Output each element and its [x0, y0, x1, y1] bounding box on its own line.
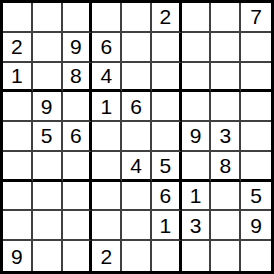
- cell-r3c9[interactable]: [241, 63, 271, 93]
- cell-r8c6: 1: [152, 211, 182, 241]
- cell-r1c6: 2: [152, 3, 182, 33]
- cell-r3c6[interactable]: [152, 63, 182, 93]
- cell-r4c9[interactable]: [241, 92, 271, 122]
- cell-r4c2: 9: [33, 92, 63, 122]
- cell-r7c6: 6: [152, 182, 182, 212]
- cell-r9c4: 2: [92, 241, 122, 271]
- cell-r7c2[interactable]: [33, 182, 63, 212]
- cell-r1c9: 7: [241, 3, 271, 33]
- cell-r9c7[interactable]: [182, 241, 212, 271]
- cell-r4c8[interactable]: [211, 92, 241, 122]
- cell-r5c3: 6: [63, 122, 93, 152]
- cell-r2c9[interactable]: [241, 33, 271, 63]
- cell-r6c1[interactable]: [3, 152, 33, 182]
- cell-r7c7: 1: [182, 182, 212, 212]
- cell-r6c6: 5: [152, 152, 182, 182]
- cell-r9c1: 9: [3, 241, 33, 271]
- cell-r9c5[interactable]: [122, 241, 152, 271]
- cell-r4c7[interactable]: [182, 92, 212, 122]
- cell-r8c8[interactable]: [211, 211, 241, 241]
- cell-r9c2[interactable]: [33, 241, 63, 271]
- cell-r5c7: 9: [182, 122, 212, 152]
- cell-r6c2[interactable]: [33, 152, 63, 182]
- cell-r9c6[interactable]: [152, 241, 182, 271]
- cell-r3c1: 1: [3, 63, 33, 93]
- cell-r4c5: 6: [122, 92, 152, 122]
- cell-r1c8[interactable]: [211, 3, 241, 33]
- cell-r8c1[interactable]: [3, 211, 33, 241]
- cell-r5c1[interactable]: [3, 122, 33, 152]
- cell-r1c7[interactable]: [182, 3, 212, 33]
- cell-r9c8[interactable]: [211, 241, 241, 271]
- cell-r8c5[interactable]: [122, 211, 152, 241]
- cell-r8c9: 9: [241, 211, 271, 241]
- cell-r5c6[interactable]: [152, 122, 182, 152]
- cell-r6c8: 8: [211, 152, 241, 182]
- cell-r5c8: 3: [211, 122, 241, 152]
- cell-r3c5[interactable]: [122, 63, 152, 93]
- cell-r7c5[interactable]: [122, 182, 152, 212]
- cell-r1c3[interactable]: [63, 3, 93, 33]
- cell-r6c7[interactable]: [182, 152, 212, 182]
- cell-r5c5[interactable]: [122, 122, 152, 152]
- cell-r2c7[interactable]: [182, 33, 212, 63]
- cell-r1c5[interactable]: [122, 3, 152, 33]
- cell-r8c3[interactable]: [63, 211, 93, 241]
- cell-r2c8[interactable]: [211, 33, 241, 63]
- cell-r2c5[interactable]: [122, 33, 152, 63]
- cell-r2c4: 6: [92, 33, 122, 63]
- cell-r3c4: 4: [92, 63, 122, 93]
- cell-r2c3: 9: [63, 33, 93, 63]
- cell-r4c3[interactable]: [63, 92, 93, 122]
- cell-r2c2[interactable]: [33, 33, 63, 63]
- cell-r6c9[interactable]: [241, 152, 271, 182]
- cell-r8c2[interactable]: [33, 211, 63, 241]
- cell-r2c1: 2: [3, 33, 33, 63]
- cell-r7c4[interactable]: [92, 182, 122, 212]
- cell-r1c4[interactable]: [92, 3, 122, 33]
- cell-r6c4[interactable]: [92, 152, 122, 182]
- cell-r8c7: 3: [182, 211, 212, 241]
- cell-r4c6[interactable]: [152, 92, 182, 122]
- cell-r1c1[interactable]: [3, 3, 33, 33]
- cell-r5c2: 5: [33, 122, 63, 152]
- cell-r4c4: 1: [92, 92, 122, 122]
- cell-r3c3: 8: [63, 63, 93, 93]
- cell-r5c4[interactable]: [92, 122, 122, 152]
- cell-r3c7[interactable]: [182, 63, 212, 93]
- cell-r1c2[interactable]: [33, 3, 63, 33]
- cell-r9c3[interactable]: [63, 241, 93, 271]
- cell-r7c3[interactable]: [63, 182, 93, 212]
- cell-r6c3[interactable]: [63, 152, 93, 182]
- cell-r7c1[interactable]: [3, 182, 33, 212]
- cell-r6c5: 4: [122, 152, 152, 182]
- cell-r2c6[interactable]: [152, 33, 182, 63]
- cell-r7c9: 5: [241, 182, 271, 212]
- cell-r3c2[interactable]: [33, 63, 63, 93]
- sudoku-board: 27296184916569345861513992: [0, 0, 274, 274]
- cell-r4c1[interactable]: [3, 92, 33, 122]
- cell-r7c8[interactable]: [211, 182, 241, 212]
- cell-r8c4[interactable]: [92, 211, 122, 241]
- cell-r9c9[interactable]: [241, 241, 271, 271]
- cell-r5c9[interactable]: [241, 122, 271, 152]
- cell-r3c8[interactable]: [211, 63, 241, 93]
